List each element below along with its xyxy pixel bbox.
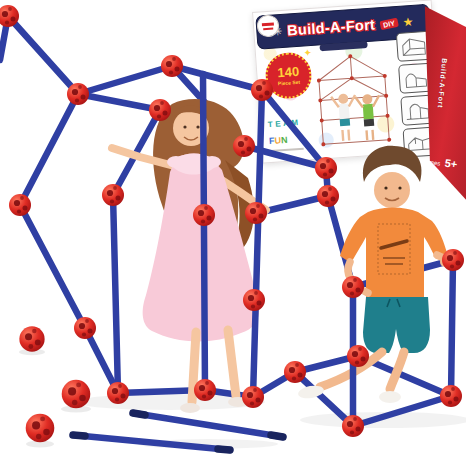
loose-ball <box>19 326 44 351</box>
loose-rod <box>133 413 283 437</box>
loose-ball <box>62 380 91 409</box>
loose-ball <box>26 414 55 443</box>
fort-scene <box>0 0 466 456</box>
product-photo: ✳ Build-A-Fort DIY ★ ✦ 140 Piece Set <box>0 0 466 456</box>
loose-parts <box>19 326 283 450</box>
